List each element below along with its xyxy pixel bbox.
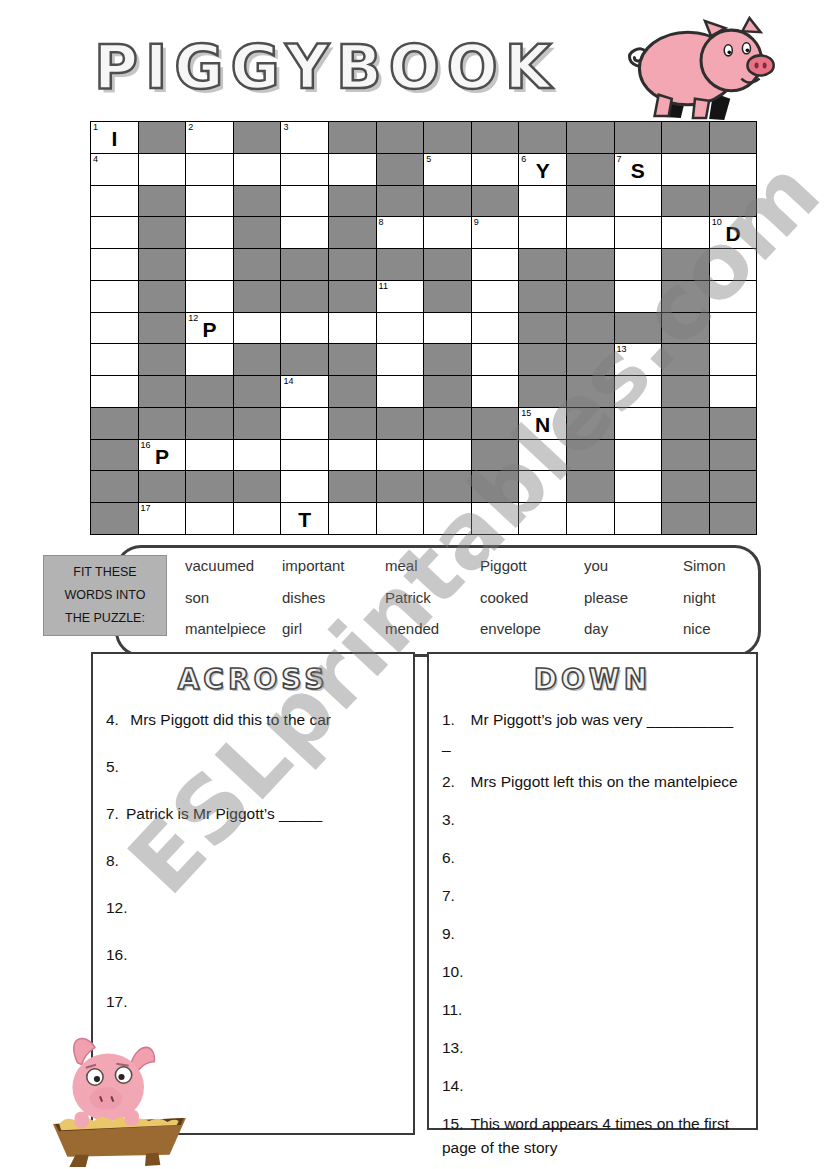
blocked-cell bbox=[662, 186, 710, 218]
grid-cell[interactable] bbox=[615, 471, 663, 503]
clue-item: 8. bbox=[106, 849, 400, 873]
grid-cell[interactable] bbox=[710, 249, 758, 281]
blocked-cell bbox=[567, 376, 615, 408]
grid-cell[interactable] bbox=[424, 440, 472, 472]
down-title: DOWN bbox=[429, 663, 756, 696]
grid-cell[interactable]: 4 bbox=[91, 154, 139, 186]
grid-cell[interactable] bbox=[281, 186, 329, 218]
blocked-cell bbox=[377, 122, 425, 154]
blocked-cell bbox=[567, 344, 615, 376]
clue-item: 10. bbox=[442, 960, 743, 984]
clue-number: 10. bbox=[442, 963, 464, 980]
grid-cell[interactable]: 17 bbox=[139, 503, 187, 535]
grid-cell[interactable] bbox=[615, 376, 663, 408]
grid-cell[interactable] bbox=[615, 186, 663, 218]
blocked-cell bbox=[615, 122, 663, 154]
grid-cell[interactable] bbox=[281, 471, 329, 503]
blocked-cell bbox=[662, 408, 710, 440]
blocked-cell bbox=[234, 376, 282, 408]
given-letter: N bbox=[519, 408, 566, 439]
grid-cell[interactable] bbox=[281, 408, 329, 440]
word-bank-word: you bbox=[584, 557, 683, 574]
grid-cell[interactable] bbox=[281, 154, 329, 186]
clue-item: 13. bbox=[442, 1036, 743, 1060]
blocked-cell bbox=[519, 376, 567, 408]
grid-cell[interactable]: T bbox=[281, 503, 329, 535]
grid-cell[interactable] bbox=[234, 154, 282, 186]
clue-item: 16. bbox=[106, 943, 400, 967]
clue-number: 17. bbox=[106, 993, 128, 1010]
across-title: ACROSS bbox=[93, 663, 413, 696]
grid-cell[interactable] bbox=[377, 344, 425, 376]
grid-cell[interactable] bbox=[472, 281, 520, 313]
grid-cell[interactable] bbox=[472, 344, 520, 376]
word-bank-label: FIT THESEWORDS INTOTHE PUZZLE: bbox=[43, 555, 167, 636]
grid-cell[interactable] bbox=[281, 217, 329, 249]
clue-text: This word appears 4 times on the first p… bbox=[442, 1115, 733, 1156]
grid-cell[interactable] bbox=[91, 217, 139, 249]
grid-cell[interactable] bbox=[615, 281, 663, 313]
grid-cell[interactable]: 1I bbox=[91, 122, 139, 154]
clue-number: 7. bbox=[106, 805, 119, 822]
grid-cell[interactable] bbox=[281, 440, 329, 472]
blocked-cell bbox=[424, 186, 472, 218]
grid-cell[interactable]: 10D bbox=[710, 217, 758, 249]
given-letter: D bbox=[710, 217, 757, 248]
clue-item: 9. bbox=[442, 922, 743, 946]
grid-cell[interactable] bbox=[519, 186, 567, 218]
grid-cell[interactable] bbox=[377, 503, 425, 535]
blocked-cell bbox=[329, 344, 377, 376]
grid-cell[interactable] bbox=[377, 440, 425, 472]
blocked-cell bbox=[139, 344, 187, 376]
blocked-cell bbox=[567, 313, 615, 345]
grid-cell[interactable] bbox=[519, 440, 567, 472]
word-bank-label-line: WORDS INTO bbox=[44, 584, 166, 607]
grid-cell[interactable]: 13 bbox=[615, 344, 663, 376]
word-bank-word: night bbox=[683, 589, 763, 606]
blocked-cell bbox=[281, 281, 329, 313]
word-bank-word: son bbox=[185, 589, 282, 606]
blocked-cell bbox=[424, 344, 472, 376]
word-bank-label-line: THE PUZZLE: bbox=[44, 607, 166, 630]
grid-cell[interactable] bbox=[567, 503, 615, 535]
clue-number: 16. bbox=[106, 946, 128, 963]
blocked-cell bbox=[567, 440, 615, 472]
blocked-cell bbox=[472, 440, 520, 472]
grid-cell[interactable] bbox=[472, 376, 520, 408]
grid-cell[interactable] bbox=[186, 154, 234, 186]
grid-cell[interactable]: 7S bbox=[615, 154, 663, 186]
grid-cell[interactable] bbox=[710, 376, 758, 408]
cell-number: 5 bbox=[426, 154, 431, 164]
clue-number: 2. bbox=[442, 773, 455, 790]
blocked-cell bbox=[234, 186, 282, 218]
blocked-cell bbox=[424, 408, 472, 440]
blocked-cell bbox=[710, 440, 758, 472]
clue-text: Mrs Piggott did this to the car bbox=[126, 711, 331, 728]
grid-cell[interactable] bbox=[424, 217, 472, 249]
blocked-cell bbox=[567, 249, 615, 281]
blocked-cell bbox=[662, 122, 710, 154]
pig-trough-icon bbox=[46, 1030, 196, 1168]
blocked-cell bbox=[662, 281, 710, 313]
word-bank-word: please bbox=[584, 589, 683, 606]
blocked-cell bbox=[662, 503, 710, 535]
blocked-cell bbox=[329, 122, 377, 154]
clue-item: 3. bbox=[442, 808, 743, 832]
grid-cell[interactable] bbox=[91, 376, 139, 408]
word-bank-words: vacuumedimportantmealPiggottyouSimonsond… bbox=[185, 550, 763, 644]
grid-cell[interactable] bbox=[615, 249, 663, 281]
pig-icon bbox=[624, 16, 776, 122]
blocked-cell bbox=[234, 408, 282, 440]
grid-cell[interactable] bbox=[329, 154, 377, 186]
blocked-cell bbox=[377, 408, 425, 440]
cell-number: 4 bbox=[93, 154, 98, 164]
blocked-cell bbox=[139, 313, 187, 345]
blocked-cell bbox=[424, 122, 472, 154]
grid-cell[interactable] bbox=[472, 313, 520, 345]
blocked-cell bbox=[234, 217, 282, 249]
blocked-cell bbox=[662, 344, 710, 376]
blocked-cell bbox=[710, 471, 758, 503]
blocked-cell bbox=[710, 408, 758, 440]
blocked-cell bbox=[91, 440, 139, 472]
grid-cell[interactable] bbox=[234, 313, 282, 345]
blocked-cell bbox=[281, 249, 329, 281]
down-clues-panel: DOWN 1. Mr Piggott’s job was very ______… bbox=[427, 652, 758, 1130]
blocked-cell bbox=[472, 186, 520, 218]
cell-number: 8 bbox=[379, 217, 384, 227]
word-bank-word: important bbox=[282, 557, 385, 574]
clue-item: 15.This word appears 4 times on the firs… bbox=[442, 1112, 743, 1160]
blocked-cell bbox=[329, 408, 377, 440]
word-bank-word: vacuumed bbox=[185, 557, 282, 574]
worksheet-page: PIGGYBOOK 1I23456Y7S8910D1112P131415N16P… bbox=[0, 0, 826, 1169]
clue-item: 14. bbox=[442, 1074, 743, 1098]
given-letter: T bbox=[281, 503, 328, 534]
clue-number: 4. bbox=[106, 711, 119, 728]
cell-number: 14 bbox=[283, 376, 293, 386]
blocked-cell bbox=[662, 471, 710, 503]
grid-cell[interactable]: 11 bbox=[377, 281, 425, 313]
grid-cell[interactable]: 5 bbox=[424, 154, 472, 186]
blocked-cell bbox=[91, 408, 139, 440]
word-bank-label-line: FIT THESE bbox=[44, 561, 166, 584]
down-clue-list: 1. Mr Piggott’s job was very __________ … bbox=[442, 708, 743, 1160]
blocked-cell bbox=[424, 249, 472, 281]
blocked-cell bbox=[519, 249, 567, 281]
blocked-cell bbox=[519, 313, 567, 345]
grid-cell[interactable] bbox=[472, 503, 520, 535]
clue-number: 3. bbox=[442, 811, 455, 828]
clue-item: 7.Patrick is Mr Piggott’s _____ bbox=[106, 802, 400, 826]
blocked-cell bbox=[329, 249, 377, 281]
blocked-cell bbox=[519, 281, 567, 313]
word-bank-word: envelope bbox=[480, 620, 584, 637]
clue-text: Mrs Piggott left this on the mantelpiece bbox=[462, 773, 738, 790]
clue-item: 11. bbox=[442, 998, 743, 1022]
grid-cell[interactable] bbox=[234, 440, 282, 472]
word-bank-word: mantelpiece bbox=[185, 620, 282, 637]
word-bank-word: Piggott bbox=[480, 557, 584, 574]
blocked-cell bbox=[710, 503, 758, 535]
grid-cell[interactable] bbox=[615, 503, 663, 535]
blocked-cell bbox=[377, 249, 425, 281]
grid-cell[interactable] bbox=[186, 217, 234, 249]
grid-cell[interactable] bbox=[519, 217, 567, 249]
grid-cell[interactable]: 14 bbox=[281, 376, 329, 408]
blocked-cell bbox=[281, 344, 329, 376]
clue-number: 1. bbox=[442, 711, 455, 728]
grid-cell[interactable]: 3 bbox=[281, 122, 329, 154]
across-clue-list: 4. Mrs Piggott did this to the car5.7.Pa… bbox=[106, 708, 400, 1014]
given-letter: S bbox=[615, 154, 662, 185]
grid-cell[interactable] bbox=[91, 249, 139, 281]
grid-cell[interactable] bbox=[377, 376, 425, 408]
blocked-cell bbox=[139, 281, 187, 313]
grid-cell[interactable]: 8 bbox=[377, 217, 425, 249]
grid-cell[interactable] bbox=[281, 313, 329, 345]
word-bank-word: cooked bbox=[480, 589, 584, 606]
clue-number: 5. bbox=[106, 758, 119, 775]
blocked-cell bbox=[519, 122, 567, 154]
clue-number: 9. bbox=[442, 925, 455, 942]
blocked-cell bbox=[710, 186, 758, 218]
clue-number: 12. bbox=[106, 899, 128, 916]
blocked-cell bbox=[662, 249, 710, 281]
blocked-cell bbox=[139, 249, 187, 281]
blocked-cell bbox=[139, 408, 187, 440]
cell-number: 11 bbox=[379, 281, 388, 291]
blocked-cell bbox=[472, 471, 520, 503]
blocked-cell bbox=[329, 186, 377, 218]
grid-cell[interactable] bbox=[186, 249, 234, 281]
blocked-cell bbox=[186, 376, 234, 408]
grid-cell[interactable] bbox=[567, 217, 615, 249]
grid-cell[interactable]: 16P bbox=[139, 440, 187, 472]
grid-cell[interactable] bbox=[710, 281, 758, 313]
blocked-cell bbox=[234, 344, 282, 376]
blocked-cell bbox=[139, 186, 187, 218]
blocked-cell bbox=[186, 471, 234, 503]
grid-cell[interactable] bbox=[329, 440, 377, 472]
blocked-cell bbox=[234, 122, 282, 154]
blocked-cell bbox=[91, 503, 139, 535]
word-bank-word: day bbox=[584, 620, 683, 637]
grid-cell[interactable] bbox=[424, 313, 472, 345]
clue-item: 7. bbox=[442, 884, 743, 908]
grid-cell[interactable] bbox=[139, 154, 187, 186]
grid-cell[interactable] bbox=[91, 344, 139, 376]
cell-number: 9 bbox=[474, 217, 479, 227]
blocked-cell bbox=[377, 471, 425, 503]
given-letter: P bbox=[139, 440, 186, 471]
grid-cell[interactable] bbox=[186, 186, 234, 218]
clue-number: 11. bbox=[442, 1001, 462, 1018]
cell-number: 2 bbox=[188, 122, 193, 132]
grid-cell[interactable]: 2 bbox=[186, 122, 234, 154]
grid-cell[interactable] bbox=[329, 313, 377, 345]
grid-cell[interactable] bbox=[615, 408, 663, 440]
word-bank-word: girl bbox=[282, 620, 385, 637]
clue-item: 5. bbox=[106, 755, 400, 779]
clue-item: 2. Mrs Piggott left this on the mantelpi… bbox=[442, 770, 743, 794]
clue-item: 12. bbox=[106, 896, 400, 920]
blocked-cell bbox=[424, 281, 472, 313]
clue-item: 1. Mr Piggott’s job was very __________ … bbox=[442, 708, 743, 756]
given-letter: I bbox=[91, 122, 138, 153]
grid-cell[interactable] bbox=[377, 313, 425, 345]
grid-cell[interactable] bbox=[472, 154, 520, 186]
blocked-cell bbox=[139, 217, 187, 249]
grid-cell[interactable] bbox=[472, 249, 520, 281]
blocked-cell bbox=[662, 313, 710, 345]
given-letter: Y bbox=[519, 154, 566, 185]
blocked-cell bbox=[139, 122, 187, 154]
grid-cell[interactable] bbox=[424, 503, 472, 535]
clue-item: 6. bbox=[442, 846, 743, 870]
blocked-cell bbox=[519, 344, 567, 376]
blocked-cell bbox=[424, 376, 472, 408]
clue-number: 8. bbox=[106, 852, 119, 869]
grid-cell[interactable] bbox=[662, 154, 710, 186]
word-bank-word: Simon bbox=[683, 557, 763, 574]
blocked-cell bbox=[662, 440, 710, 472]
grid-cell[interactable] bbox=[615, 440, 663, 472]
grid-cell[interactable] bbox=[186, 281, 234, 313]
given-letter: P bbox=[186, 313, 233, 344]
grid-cell[interactable] bbox=[186, 440, 234, 472]
grid-cell[interactable] bbox=[662, 217, 710, 249]
worksheet-title: PIGGYBOOK bbox=[94, 32, 558, 102]
grid-cell[interactable] bbox=[519, 503, 567, 535]
grid-cell[interactable] bbox=[91, 186, 139, 218]
blocked-cell bbox=[615, 313, 663, 345]
grid-cell[interactable] bbox=[710, 154, 758, 186]
blocked-cell bbox=[377, 154, 425, 186]
grid-cell[interactable] bbox=[710, 313, 758, 345]
clue-text: Patrick is Mr Piggott’s _____ bbox=[126, 805, 322, 822]
clue-number: 6. bbox=[442, 849, 455, 866]
cell-number: 13 bbox=[617, 344, 627, 354]
grid-cell[interactable] bbox=[91, 281, 139, 313]
clue-item: 17. bbox=[106, 990, 400, 1014]
grid-cell[interactable]: 15N bbox=[519, 408, 567, 440]
blocked-cell bbox=[424, 471, 472, 503]
blocked-cell bbox=[186, 408, 234, 440]
grid-cell[interactable]: 12P bbox=[186, 313, 234, 345]
clue-number: 14. bbox=[442, 1077, 464, 1094]
cell-number: 17 bbox=[141, 503, 151, 513]
word-bank-word: meal bbox=[385, 557, 480, 574]
grid-cell[interactable] bbox=[519, 471, 567, 503]
crossword-grid: 1I23456Y7S8910D1112P131415N16P17T bbox=[90, 121, 757, 535]
word-bank-word: mended bbox=[385, 620, 480, 637]
grid-cell[interactable] bbox=[329, 503, 377, 535]
grid-cell[interactable] bbox=[234, 503, 282, 535]
blocked-cell bbox=[662, 376, 710, 408]
blocked-cell bbox=[234, 249, 282, 281]
grid-cell[interactable] bbox=[615, 217, 663, 249]
blocked-cell bbox=[567, 471, 615, 503]
blocked-cell bbox=[234, 471, 282, 503]
cell-number: 3 bbox=[283, 122, 288, 132]
grid-cell[interactable]: 9 bbox=[472, 217, 520, 249]
grid-cell[interactable] bbox=[186, 503, 234, 535]
clue-number: 13. bbox=[442, 1039, 464, 1056]
blocked-cell bbox=[329, 376, 377, 408]
blocked-cell bbox=[139, 471, 187, 503]
blocked-cell bbox=[329, 217, 377, 249]
clue-number: 7. bbox=[442, 887, 455, 904]
blocked-cell bbox=[567, 154, 615, 186]
clue-number: 15. bbox=[442, 1115, 464, 1132]
blocked-cell bbox=[567, 408, 615, 440]
clue-text: Mr Piggott’s job was very __________ _ bbox=[442, 711, 737, 752]
word-bank-word: nice bbox=[683, 620, 763, 637]
blocked-cell bbox=[91, 471, 139, 503]
blocked-cell bbox=[472, 408, 520, 440]
blocked-cell bbox=[329, 281, 377, 313]
blocked-cell bbox=[329, 471, 377, 503]
blocked-cell bbox=[567, 122, 615, 154]
clue-item: 4. Mrs Piggott did this to the car bbox=[106, 708, 400, 732]
blocked-cell bbox=[472, 122, 520, 154]
grid-cell[interactable]: 6Y bbox=[519, 154, 567, 186]
blocked-cell bbox=[567, 186, 615, 218]
blocked-cell bbox=[377, 186, 425, 218]
blocked-cell bbox=[567, 281, 615, 313]
grid-cell[interactable] bbox=[710, 344, 758, 376]
grid-cell[interactable] bbox=[91, 313, 139, 345]
word-bank-word: Patrick bbox=[385, 589, 480, 606]
word-bank-word: dishes bbox=[282, 589, 385, 606]
blocked-cell bbox=[710, 122, 758, 154]
blocked-cell bbox=[139, 376, 187, 408]
blocked-cell bbox=[234, 281, 282, 313]
grid-cell[interactable] bbox=[186, 344, 234, 376]
